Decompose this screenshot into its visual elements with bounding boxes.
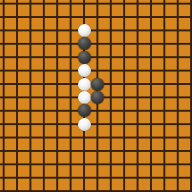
intersection[interactable] [37, 184, 50, 192]
intersection[interactable] [118, 171, 131, 184]
intersection[interactable] [91, 64, 104, 77]
intersection[interactable] [10, 64, 23, 77]
intersection[interactable] [131, 0, 144, 10]
intersection[interactable] [184, 91, 192, 104]
intersection[interactable] [64, 10, 77, 23]
intersection[interactable] [131, 24, 144, 37]
intersection[interactable] [51, 131, 64, 144]
intersection[interactable] [131, 104, 144, 117]
intersection[interactable] [10, 118, 23, 131]
intersection[interactable] [158, 0, 171, 10]
intersection[interactable] [10, 158, 23, 171]
intersection[interactable] [51, 37, 64, 50]
intersection[interactable] [37, 104, 50, 117]
intersection[interactable] [118, 184, 131, 192]
intersection[interactable] [64, 37, 77, 50]
intersection[interactable] [104, 24, 117, 37]
intersection[interactable] [91, 24, 104, 37]
intersection[interactable] [10, 77, 23, 90]
white-stone [78, 118, 91, 131]
intersection[interactable] [118, 64, 131, 77]
intersection[interactable] [104, 184, 117, 192]
intersection[interactable] [118, 0, 131, 10]
intersection[interactable] [24, 184, 37, 192]
intersection[interactable] [184, 184, 192, 192]
intersection[interactable] [64, 184, 77, 192]
intersection[interactable] [24, 64, 37, 77]
intersection[interactable] [77, 10, 90, 23]
intersection[interactable] [184, 131, 192, 144]
intersection[interactable] [10, 0, 23, 10]
intersection[interactable] [0, 144, 10, 157]
intersection[interactable] [158, 144, 171, 157]
intersection[interactable] [91, 158, 104, 171]
intersection[interactable] [24, 104, 37, 117]
intersection[interactable] [184, 144, 192, 157]
intersection[interactable] [0, 24, 10, 37]
intersection[interactable] [0, 131, 10, 144]
intersection[interactable] [37, 24, 50, 37]
intersection[interactable] [77, 158, 90, 171]
intersection[interactable] [77, 91, 90, 104]
intersection[interactable] [131, 171, 144, 184]
intersection[interactable] [24, 51, 37, 64]
intersection[interactable] [24, 91, 37, 104]
intersection[interactable] [171, 104, 184, 117]
intersection[interactable] [131, 64, 144, 77]
intersection[interactable] [118, 51, 131, 64]
intersection[interactable] [77, 64, 90, 77]
black-stone [78, 37, 91, 50]
intersection[interactable] [37, 0, 50, 10]
intersection[interactable] [104, 64, 117, 77]
intersection[interactable] [158, 24, 171, 37]
white-stone [78, 91, 91, 104]
intersection[interactable] [184, 10, 192, 23]
intersection[interactable] [158, 91, 171, 104]
board-grid [0, 0, 192, 192]
intersection[interactable] [171, 77, 184, 90]
intersection[interactable] [0, 118, 10, 131]
intersection[interactable] [64, 131, 77, 144]
intersection[interactable] [184, 77, 192, 90]
intersection[interactable] [51, 24, 64, 37]
black-stone [91, 91, 104, 104]
intersection[interactable] [0, 37, 10, 50]
intersection[interactable] [24, 0, 37, 10]
intersection[interactable] [171, 51, 184, 64]
intersection[interactable] [118, 118, 131, 131]
intersection[interactable] [104, 77, 117, 90]
intersection[interactable] [171, 171, 184, 184]
intersection[interactable] [158, 158, 171, 171]
intersection[interactable] [184, 64, 192, 77]
intersection[interactable] [171, 24, 184, 37]
intersection[interactable] [144, 118, 157, 131]
intersection[interactable] [144, 24, 157, 37]
intersection[interactable] [77, 77, 90, 90]
intersection[interactable] [37, 10, 50, 23]
intersection[interactable] [118, 37, 131, 50]
intersection[interactable] [91, 171, 104, 184]
intersection[interactable] [37, 144, 50, 157]
intersection[interactable] [104, 51, 117, 64]
intersection[interactable] [51, 51, 64, 64]
intersection[interactable] [24, 77, 37, 90]
intersection[interactable] [118, 104, 131, 117]
intersection[interactable] [51, 104, 64, 117]
intersection[interactable] [158, 10, 171, 23]
intersection[interactable] [91, 131, 104, 144]
intersection[interactable] [118, 131, 131, 144]
intersection[interactable] [51, 0, 64, 10]
intersection[interactable] [171, 131, 184, 144]
intersection[interactable] [0, 10, 10, 23]
intersection[interactable] [91, 0, 104, 10]
intersection[interactable] [37, 77, 50, 90]
intersection[interactable] [37, 64, 50, 77]
intersection[interactable] [158, 51, 171, 64]
intersection[interactable] [158, 171, 171, 184]
intersection[interactable] [104, 131, 117, 144]
goban [0, 0, 192, 192]
intersection[interactable] [24, 158, 37, 171]
intersection[interactable] [144, 171, 157, 184]
intersection[interactable] [51, 10, 64, 23]
intersection[interactable] [64, 24, 77, 37]
intersection[interactable] [51, 158, 64, 171]
intersection[interactable] [37, 91, 50, 104]
intersection[interactable] [91, 77, 104, 90]
intersection[interactable] [77, 144, 90, 157]
intersection[interactable] [91, 104, 104, 117]
intersection[interactable] [91, 37, 104, 50]
intersection[interactable] [131, 184, 144, 192]
intersection[interactable] [171, 0, 184, 10]
intersection[interactable] [158, 131, 171, 144]
intersection[interactable] [104, 10, 117, 23]
intersection[interactable] [24, 171, 37, 184]
intersection[interactable] [77, 184, 90, 192]
intersection[interactable] [24, 24, 37, 37]
intersection[interactable] [171, 91, 184, 104]
intersection[interactable] [37, 158, 50, 171]
intersection[interactable] [104, 144, 117, 157]
intersection[interactable] [158, 37, 171, 50]
intersection[interactable] [158, 64, 171, 77]
intersection[interactable] [144, 77, 157, 90]
intersection[interactable] [131, 91, 144, 104]
intersection[interactable] [37, 171, 50, 184]
intersection[interactable] [91, 51, 104, 64]
intersection[interactable] [104, 118, 117, 131]
intersection[interactable] [144, 158, 157, 171]
intersection[interactable] [144, 184, 157, 192]
intersection[interactable] [10, 184, 23, 192]
intersection[interactable] [118, 77, 131, 90]
intersection[interactable] [24, 144, 37, 157]
intersection[interactable] [158, 184, 171, 192]
intersection[interactable] [131, 10, 144, 23]
intersection[interactable] [51, 184, 64, 192]
intersection[interactable] [91, 144, 104, 157]
intersection[interactable] [77, 0, 90, 10]
intersection[interactable] [131, 118, 144, 131]
intersection[interactable] [91, 10, 104, 23]
intersection[interactable] [0, 51, 10, 64]
intersection[interactable] [184, 118, 192, 131]
intersection[interactable] [77, 37, 90, 50]
intersection[interactable] [131, 37, 144, 50]
intersection[interactable] [144, 64, 157, 77]
intersection[interactable] [158, 77, 171, 90]
intersection[interactable] [64, 91, 77, 104]
intersection[interactable] [64, 158, 77, 171]
intersection[interactable] [64, 144, 77, 157]
intersection[interactable] [24, 131, 37, 144]
intersection[interactable] [91, 184, 104, 192]
intersection[interactable] [118, 10, 131, 23]
intersection[interactable] [37, 131, 50, 144]
intersection-grid [0, 0, 192, 192]
intersection[interactable] [171, 118, 184, 131]
intersection[interactable] [37, 51, 50, 64]
intersection[interactable] [64, 64, 77, 77]
intersection[interactable] [118, 91, 131, 104]
intersection[interactable] [158, 118, 171, 131]
intersection[interactable] [77, 51, 90, 64]
intersection[interactable] [144, 144, 157, 157]
intersection[interactable] [51, 171, 64, 184]
intersection[interactable] [184, 104, 192, 117]
intersection[interactable] [118, 158, 131, 171]
intersection[interactable] [0, 77, 10, 90]
intersection[interactable] [0, 0, 10, 10]
intersection[interactable] [0, 104, 10, 117]
intersection[interactable] [158, 104, 171, 117]
intersection[interactable] [144, 10, 157, 23]
black-stone [78, 104, 91, 117]
intersection[interactable] [51, 91, 64, 104]
intersection[interactable] [10, 171, 23, 184]
intersection[interactable] [51, 77, 64, 90]
intersection[interactable] [0, 171, 10, 184]
intersection[interactable] [64, 118, 77, 131]
intersection[interactable] [51, 64, 64, 77]
intersection[interactable] [91, 118, 104, 131]
intersection[interactable] [144, 91, 157, 104]
intersection[interactable] [10, 10, 23, 23]
intersection[interactable] [0, 184, 10, 192]
intersection[interactable] [10, 144, 23, 157]
intersection[interactable] [118, 24, 131, 37]
intersection[interactable] [10, 104, 23, 117]
intersection[interactable] [104, 91, 117, 104]
intersection[interactable] [104, 158, 117, 171]
intersection[interactable] [171, 37, 184, 50]
intersection[interactable] [171, 158, 184, 171]
intersection[interactable] [171, 10, 184, 23]
intersection[interactable] [131, 131, 144, 144]
intersection[interactable] [104, 171, 117, 184]
intersection[interactable] [104, 104, 117, 117]
intersection[interactable] [24, 10, 37, 23]
intersection[interactable] [171, 64, 184, 77]
intersection[interactable] [64, 0, 77, 10]
intersection[interactable] [77, 171, 90, 184]
black-stone [78, 51, 91, 64]
intersection[interactable] [77, 118, 90, 131]
intersection[interactable] [184, 171, 192, 184]
intersection[interactable] [131, 51, 144, 64]
intersection[interactable] [10, 131, 23, 144]
intersection[interactable] [184, 0, 192, 10]
intersection[interactable] [144, 37, 157, 50]
intersection[interactable] [131, 77, 144, 90]
intersection[interactable] [118, 144, 131, 157]
intersection[interactable] [184, 24, 192, 37]
intersection[interactable] [171, 184, 184, 192]
intersection[interactable] [77, 104, 90, 117]
intersection[interactable] [64, 171, 77, 184]
intersection[interactable] [37, 118, 50, 131]
intersection[interactable] [51, 144, 64, 157]
intersection[interactable] [0, 158, 10, 171]
black-stone [91, 78, 104, 91]
intersection[interactable] [24, 118, 37, 131]
intersection[interactable] [10, 24, 23, 37]
intersection[interactable] [144, 51, 157, 64]
intersection[interactable] [184, 37, 192, 50]
intersection[interactable] [131, 158, 144, 171]
intersection[interactable] [24, 37, 37, 50]
intersection[interactable] [144, 0, 157, 10]
white-stone [78, 64, 91, 77]
intersection[interactable] [64, 51, 77, 64]
intersection[interactable] [91, 91, 104, 104]
intersection[interactable] [51, 118, 64, 131]
intersection[interactable] [64, 77, 77, 90]
intersection[interactable] [144, 104, 157, 117]
intersection[interactable] [77, 24, 90, 37]
intersection[interactable] [131, 144, 144, 157]
intersection[interactable] [104, 0, 117, 10]
intersection[interactable] [171, 144, 184, 157]
intersection[interactable] [0, 64, 10, 77]
intersection[interactable] [184, 158, 192, 171]
intersection[interactable] [37, 37, 50, 50]
intersection[interactable] [104, 37, 117, 50]
intersection[interactable] [10, 51, 23, 64]
intersection[interactable] [10, 37, 23, 50]
intersection[interactable] [10, 91, 23, 104]
intersection[interactable] [144, 131, 157, 144]
intersection[interactable] [77, 131, 90, 144]
intersection[interactable] [184, 51, 192, 64]
intersection[interactable] [64, 104, 77, 117]
intersection[interactable] [0, 91, 10, 104]
white-stone [78, 78, 91, 91]
white-stone [78, 24, 91, 37]
